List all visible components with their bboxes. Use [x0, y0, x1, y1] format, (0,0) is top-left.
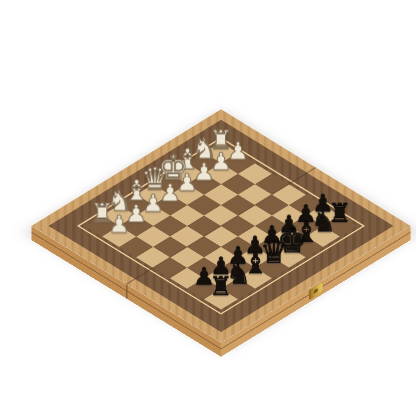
- board-top-surface: ♜♟♟♜♞♟♟♞♝♟♟♝♚♟♟♚♛♟♟♛♝♟♟♝♞♟♟♞♜♟♟♜: [31, 109, 410, 342]
- product-photo-scene: ♜♟♟♜♞♟♟♞♝♟♟♝♚♟♟♚♛♟♟♛♝♟♟♝♞♟♟♞♜♟♟♜: [0, 0, 416, 416]
- side-fold-seam: [126, 284, 127, 299]
